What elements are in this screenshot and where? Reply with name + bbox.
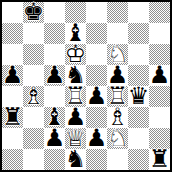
square-c7[interactable] — [44, 23, 65, 44]
piece-black-pawn: ♟ — [86, 128, 107, 149]
square-h8[interactable] — [149, 2, 170, 23]
square-b4[interactable]: ♝♗ — [23, 86, 44, 107]
square-g2[interactable] — [128, 128, 149, 149]
square-e8[interactable] — [86, 2, 107, 23]
square-b7[interactable] — [23, 23, 44, 44]
square-c5[interactable]: ♟ — [44, 65, 65, 86]
square-g8[interactable] — [128, 2, 149, 23]
white-knight-outline-layer: ♘ — [107, 128, 128, 149]
square-a5[interactable]: ♟ — [2, 65, 23, 86]
square-c2[interactable]: ♟ — [44, 128, 65, 149]
square-g6[interactable] — [128, 44, 149, 65]
square-f2[interactable]: ♞♘ — [107, 128, 128, 149]
black-knight-fill-layer: ♞ — [65, 149, 86, 170]
square-b2[interactable] — [23, 128, 44, 149]
square-e6[interactable] — [86, 44, 107, 65]
black-pawn-fill-layer: ♟ — [149, 65, 170, 86]
piece-black-pawn: ♟ — [149, 65, 170, 86]
square-b1[interactable] — [23, 149, 44, 170]
black-rook-fill-layer: ♜ — [149, 149, 170, 170]
black-pawn-fill-layer: ♟ — [44, 128, 65, 149]
square-c1[interactable] — [44, 149, 65, 170]
piece-white-bishop: ♝♗ — [23, 86, 44, 107]
square-h4[interactable] — [149, 86, 170, 107]
piece-black-pawn: ♟ — [2, 65, 23, 86]
square-a3[interactable]: ♜ — [2, 107, 23, 128]
piece-white-knight: ♞♘ — [107, 128, 128, 149]
square-b3[interactable] — [23, 107, 44, 128]
square-a8[interactable] — [2, 2, 23, 23]
square-g7[interactable] — [128, 23, 149, 44]
chess-board: ♚♝♚♔♞♘♟♟♞♟♟♝♗♜♖♟♜♖♛♜♝♟♝♗♟♛♕♟♞♘♞♜ — [0, 0, 172, 172]
square-f1[interactable] — [107, 149, 128, 170]
black-rook-fill-layer: ♜ — [2, 107, 23, 128]
piece-black-knight: ♞ — [65, 149, 86, 170]
square-e1[interactable] — [86, 149, 107, 170]
piece-black-pawn: ♟ — [44, 65, 65, 86]
piece-black-rook: ♜ — [2, 107, 23, 128]
square-a7[interactable] — [2, 23, 23, 44]
black-pawn-fill-layer: ♟ — [86, 86, 107, 107]
piece-black-pawn: ♟ — [44, 128, 65, 149]
square-b8[interactable]: ♚ — [23, 2, 44, 23]
square-h5[interactable]: ♟ — [149, 65, 170, 86]
square-f8[interactable] — [107, 2, 128, 23]
square-g1[interactable] — [128, 149, 149, 170]
black-king-fill-layer: ♚ — [23, 2, 44, 23]
square-e4[interactable]: ♟ — [86, 86, 107, 107]
square-h3[interactable] — [149, 107, 170, 128]
square-b6[interactable] — [23, 44, 44, 65]
piece-black-king: ♚ — [23, 2, 44, 23]
square-c8[interactable] — [44, 2, 65, 23]
black-pawn-fill-layer: ♟ — [2, 65, 23, 86]
square-h1[interactable]: ♜ — [149, 149, 170, 170]
square-h7[interactable] — [149, 23, 170, 44]
white-bishop-outline-layer: ♗ — [23, 86, 44, 107]
square-a2[interactable] — [2, 128, 23, 149]
square-d1[interactable]: ♞ — [65, 149, 86, 170]
square-g4[interactable]: ♛ — [128, 86, 149, 107]
square-e7[interactable] — [86, 23, 107, 44]
piece-black-pawn: ♟ — [86, 86, 107, 107]
black-pawn-fill-layer: ♟ — [86, 128, 107, 149]
piece-black-rook: ♜ — [149, 149, 170, 170]
piece-black-queen: ♛ — [128, 86, 149, 107]
black-pawn-fill-layer: ♟ — [44, 65, 65, 86]
square-g3[interactable] — [128, 107, 149, 128]
square-a1[interactable] — [2, 149, 23, 170]
square-e2[interactable]: ♟ — [86, 128, 107, 149]
black-queen-fill-layer: ♛ — [128, 86, 149, 107]
